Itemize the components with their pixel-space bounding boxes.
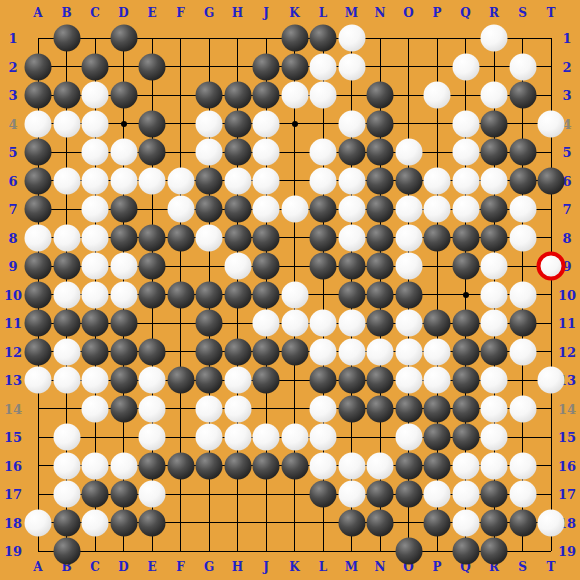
black-stone[interactable] xyxy=(253,82,280,109)
white-stone[interactable] xyxy=(82,167,109,194)
go-board[interactable]: AABBCCDDEEFFGGHHJJKKLLMMNNOOPPQQRRSSTT11… xyxy=(0,0,580,580)
white-stone[interactable] xyxy=(281,82,308,109)
black-stone[interactable] xyxy=(367,310,394,337)
black-stone[interactable] xyxy=(110,196,137,223)
black-stone[interactable] xyxy=(82,481,109,508)
black-stone[interactable] xyxy=(110,509,137,536)
black-stone[interactable] xyxy=(367,253,394,280)
black-stone[interactable] xyxy=(196,167,223,194)
black-stone[interactable] xyxy=(367,395,394,422)
white-stone[interactable] xyxy=(224,167,251,194)
black-stone[interactable] xyxy=(310,481,337,508)
white-stone[interactable] xyxy=(338,25,365,52)
black-stone[interactable] xyxy=(481,338,508,365)
black-stone[interactable] xyxy=(538,167,565,194)
white-stone[interactable] xyxy=(310,424,337,451)
black-stone[interactable] xyxy=(310,196,337,223)
white-stone[interactable] xyxy=(196,395,223,422)
black-stone[interactable] xyxy=(338,253,365,280)
white-stone[interactable] xyxy=(395,367,422,394)
black-stone[interactable] xyxy=(224,110,251,137)
column-label-top: K xyxy=(289,7,299,20)
black-stone[interactable] xyxy=(281,452,308,479)
black-stone[interactable] xyxy=(253,224,280,251)
white-stone[interactable] xyxy=(338,110,365,137)
black-stone[interactable] xyxy=(139,139,166,166)
black-stone[interactable] xyxy=(196,452,223,479)
white-stone[interactable] xyxy=(167,167,194,194)
white-stone[interactable] xyxy=(424,167,451,194)
black-stone[interactable] xyxy=(367,82,394,109)
black-stone[interactable] xyxy=(310,367,337,394)
black-stone[interactable] xyxy=(25,82,52,109)
black-stone[interactable] xyxy=(224,196,251,223)
column-label-top: F xyxy=(176,7,185,20)
column-label-top: L xyxy=(319,7,327,20)
column-label-top: E xyxy=(147,7,156,20)
white-stone[interactable] xyxy=(509,481,536,508)
black-stone[interactable] xyxy=(139,452,166,479)
black-stone[interactable] xyxy=(110,395,137,422)
white-stone[interactable] xyxy=(82,110,109,137)
white-stone[interactable] xyxy=(281,310,308,337)
black-stone[interactable] xyxy=(509,82,536,109)
row-label-left: 11 xyxy=(4,317,22,330)
white-stone[interactable] xyxy=(281,281,308,308)
row-label-left: 8 xyxy=(8,231,17,244)
black-stone[interactable] xyxy=(424,452,451,479)
white-stone[interactable] xyxy=(481,395,508,422)
black-stone[interactable] xyxy=(139,224,166,251)
black-stone[interactable] xyxy=(253,53,280,80)
white-stone[interactable] xyxy=(139,395,166,422)
white-stone[interactable] xyxy=(139,367,166,394)
column-label-top: H xyxy=(232,7,243,20)
white-stone[interactable] xyxy=(395,338,422,365)
row-label-right: 19 xyxy=(558,545,576,558)
black-stone[interactable] xyxy=(424,509,451,536)
black-stone[interactable] xyxy=(25,253,52,280)
white-stone[interactable] xyxy=(310,82,337,109)
black-stone[interactable] xyxy=(424,310,451,337)
white-stone[interactable] xyxy=(281,424,308,451)
white-stone[interactable] xyxy=(53,110,80,137)
white-stone[interactable] xyxy=(253,110,280,137)
black-stone[interactable] xyxy=(281,25,308,52)
black-stone[interactable] xyxy=(25,281,52,308)
black-stone[interactable] xyxy=(395,395,422,422)
white-stone[interactable] xyxy=(424,196,451,223)
white-stone[interactable] xyxy=(82,139,109,166)
white-stone[interactable] xyxy=(25,509,52,536)
row-label-left: 16 xyxy=(4,459,22,472)
black-stone[interactable] xyxy=(338,367,365,394)
white-stone[interactable] xyxy=(253,196,280,223)
row-label-right: 11 xyxy=(558,317,576,330)
white-stone[interactable] xyxy=(110,281,137,308)
white-stone[interactable] xyxy=(224,367,251,394)
row-label-right: 14 xyxy=(558,402,576,415)
black-stone[interactable] xyxy=(110,338,137,365)
black-stone[interactable] xyxy=(25,53,52,80)
star-point xyxy=(463,292,469,298)
black-stone[interactable] xyxy=(395,538,422,565)
white-stone[interactable] xyxy=(509,452,536,479)
black-stone[interactable] xyxy=(196,82,223,109)
black-stone[interactable] xyxy=(452,253,479,280)
white-stone[interactable] xyxy=(53,452,80,479)
column-label-top: C xyxy=(90,7,100,20)
white-stone[interactable] xyxy=(338,310,365,337)
black-stone[interactable] xyxy=(367,139,394,166)
black-stone[interactable] xyxy=(338,281,365,308)
white-stone[interactable] xyxy=(509,338,536,365)
black-stone[interactable] xyxy=(224,82,251,109)
white-stone[interactable] xyxy=(82,509,109,536)
row-label-left: 17 xyxy=(4,488,22,501)
white-stone[interactable] xyxy=(82,196,109,223)
white-stone[interactable] xyxy=(395,253,422,280)
black-stone[interactable] xyxy=(367,167,394,194)
white-stone[interactable] xyxy=(509,395,536,422)
black-stone[interactable] xyxy=(53,310,80,337)
column-label-bottom: M xyxy=(345,561,358,574)
white-stone[interactable] xyxy=(139,167,166,194)
black-stone[interactable] xyxy=(452,424,479,451)
black-stone[interactable] xyxy=(452,538,479,565)
white-stone[interactable] xyxy=(82,452,109,479)
black-stone[interactable] xyxy=(139,509,166,536)
white-stone[interactable] xyxy=(452,139,479,166)
black-stone[interactable] xyxy=(139,253,166,280)
black-stone[interactable] xyxy=(452,310,479,337)
white-stone[interactable] xyxy=(481,82,508,109)
black-stone[interactable] xyxy=(139,110,166,137)
black-stone[interactable] xyxy=(452,224,479,251)
black-stone[interactable] xyxy=(253,452,280,479)
black-stone[interactable] xyxy=(481,196,508,223)
black-stone[interactable] xyxy=(53,25,80,52)
white-stone[interactable] xyxy=(224,395,251,422)
black-stone[interactable] xyxy=(25,196,52,223)
white-stone[interactable] xyxy=(481,424,508,451)
black-stone[interactable] xyxy=(224,452,251,479)
white-stone[interactable] xyxy=(110,452,137,479)
black-stone[interactable] xyxy=(253,367,280,394)
black-stone[interactable] xyxy=(481,139,508,166)
row-label-left: 19 xyxy=(4,545,22,558)
white-stone[interactable] xyxy=(338,452,365,479)
white-stone[interactable] xyxy=(452,452,479,479)
white-stone[interactable] xyxy=(367,452,394,479)
black-stone[interactable] xyxy=(481,110,508,137)
white-stone[interactable] xyxy=(25,367,52,394)
column-label-top: S xyxy=(518,7,527,20)
white-stone[interactable] xyxy=(139,424,166,451)
white-stone[interactable] xyxy=(367,338,394,365)
white-stone[interactable] xyxy=(310,310,337,337)
black-stone[interactable] xyxy=(53,253,80,280)
white-stone[interactable] xyxy=(53,367,80,394)
row-label-right: 15 xyxy=(558,431,576,444)
white-stone[interactable] xyxy=(338,196,365,223)
row-label-right: 12 xyxy=(558,345,576,358)
black-stone[interactable] xyxy=(167,452,194,479)
white-stone[interactable] xyxy=(53,167,80,194)
white-stone[interactable] xyxy=(509,53,536,80)
row-label-right: 16 xyxy=(558,459,576,472)
black-stone[interactable] xyxy=(367,196,394,223)
black-stone[interactable] xyxy=(395,452,422,479)
white-stone[interactable] xyxy=(481,452,508,479)
black-stone[interactable] xyxy=(110,25,137,52)
column-label-bottom: F xyxy=(176,561,185,574)
black-stone[interactable] xyxy=(310,253,337,280)
white-stone[interactable] xyxy=(82,253,109,280)
white-stone[interactable] xyxy=(424,367,451,394)
white-stone[interactable] xyxy=(509,196,536,223)
black-stone[interactable] xyxy=(110,224,137,251)
column-label-top: O xyxy=(403,7,413,20)
white-stone[interactable] xyxy=(110,253,137,280)
white-stone[interactable] xyxy=(338,338,365,365)
column-label-bottom: J xyxy=(263,561,269,574)
black-stone[interactable] xyxy=(253,253,280,280)
row-label-left: 4 xyxy=(8,117,17,130)
white-stone[interactable] xyxy=(196,224,223,251)
black-stone[interactable] xyxy=(367,509,394,536)
black-stone[interactable] xyxy=(25,167,52,194)
black-stone[interactable] xyxy=(509,167,536,194)
black-stone[interactable] xyxy=(452,338,479,365)
white-stone[interactable] xyxy=(424,481,451,508)
black-stone[interactable] xyxy=(224,338,251,365)
black-stone[interactable] xyxy=(82,338,109,365)
black-stone[interactable] xyxy=(196,367,223,394)
black-stone[interactable] xyxy=(395,481,422,508)
white-stone[interactable] xyxy=(196,110,223,137)
white-stone[interactable] xyxy=(338,481,365,508)
white-stone[interactable] xyxy=(196,139,223,166)
white-stone[interactable] xyxy=(395,424,422,451)
black-stone[interactable] xyxy=(481,224,508,251)
black-stone[interactable] xyxy=(253,281,280,308)
white-stone[interactable] xyxy=(481,310,508,337)
black-stone[interactable] xyxy=(481,481,508,508)
black-stone[interactable] xyxy=(281,338,308,365)
black-stone[interactable] xyxy=(395,167,422,194)
black-stone[interactable] xyxy=(338,509,365,536)
black-stone[interactable] xyxy=(196,196,223,223)
white-stone[interactable] xyxy=(310,167,337,194)
white-stone[interactable] xyxy=(481,367,508,394)
black-stone[interactable] xyxy=(509,310,536,337)
black-stone[interactable] xyxy=(509,509,536,536)
black-stone[interactable] xyxy=(139,338,166,365)
white-stone[interactable] xyxy=(25,224,52,251)
column-label-bottom: H xyxy=(232,561,243,574)
white-stone[interactable] xyxy=(82,395,109,422)
black-stone[interactable] xyxy=(452,367,479,394)
white-stone[interactable] xyxy=(481,253,508,280)
white-stone[interactable] xyxy=(82,281,109,308)
column-label-top: J xyxy=(263,7,269,20)
white-stone[interactable] xyxy=(452,196,479,223)
black-stone[interactable] xyxy=(424,395,451,422)
black-stone[interactable] xyxy=(310,25,337,52)
row-label-left: 5 xyxy=(8,146,17,159)
white-stone[interactable] xyxy=(310,53,337,80)
black-stone[interactable] xyxy=(82,53,109,80)
column-label-bottom: N xyxy=(375,561,386,574)
column-label-top: A xyxy=(33,7,42,20)
black-stone[interactable] xyxy=(367,281,394,308)
white-stone[interactable] xyxy=(224,424,251,451)
white-stone[interactable] xyxy=(452,509,479,536)
black-stone[interactable] xyxy=(367,110,394,137)
black-stone[interactable] xyxy=(338,139,365,166)
black-stone[interactable] xyxy=(224,139,251,166)
black-stone[interactable] xyxy=(196,310,223,337)
black-stone[interactable] xyxy=(53,538,80,565)
white-stone[interactable] xyxy=(139,481,166,508)
row-label-left: 9 xyxy=(8,260,17,273)
white-stone[interactable] xyxy=(224,253,251,280)
go-board-screenshot: AABBCCDDEEFFGGHHJJKKLLMMNNOOPPQQRRSSTT11… xyxy=(0,0,580,580)
white-stone[interactable] xyxy=(253,167,280,194)
white-stone[interactable] xyxy=(53,481,80,508)
white-stone[interactable] xyxy=(538,509,565,536)
black-stone[interactable] xyxy=(338,395,365,422)
white-stone[interactable] xyxy=(395,196,422,223)
black-stone[interactable] xyxy=(509,139,536,166)
white-stone[interactable] xyxy=(53,338,80,365)
black-stone[interactable] xyxy=(53,509,80,536)
white-stone[interactable] xyxy=(395,310,422,337)
white-stone[interactable] xyxy=(509,281,536,308)
black-stone[interactable] xyxy=(110,310,137,337)
black-stone[interactable] xyxy=(110,481,137,508)
white-stone[interactable] xyxy=(253,139,280,166)
white-stone[interactable] xyxy=(82,82,109,109)
black-stone[interactable] xyxy=(367,481,394,508)
star-point xyxy=(121,121,127,127)
white-stone[interactable] xyxy=(481,167,508,194)
star-point xyxy=(292,121,298,127)
white-stone[interactable] xyxy=(167,196,194,223)
black-stone[interactable] xyxy=(167,281,194,308)
black-stone[interactable] xyxy=(424,224,451,251)
white-stone[interactable] xyxy=(110,139,137,166)
black-stone[interactable] xyxy=(310,224,337,251)
black-stone[interactable] xyxy=(367,367,394,394)
white-stone[interactable] xyxy=(452,167,479,194)
black-stone[interactable] xyxy=(224,224,251,251)
column-label-bottom: C xyxy=(90,561,100,574)
black-stone[interactable] xyxy=(139,53,166,80)
row-label-left: 14 xyxy=(4,402,22,415)
white-stone[interactable] xyxy=(281,196,308,223)
black-stone[interactable] xyxy=(367,224,394,251)
column-label-top: D xyxy=(118,7,128,20)
white-stone[interactable] xyxy=(452,481,479,508)
column-label-bottom: A xyxy=(33,561,42,574)
black-stone[interactable] xyxy=(281,53,308,80)
white-stone[interactable] xyxy=(310,395,337,422)
white-stone[interactable] xyxy=(196,424,223,451)
column-label-bottom: G xyxy=(204,561,214,574)
white-stone[interactable] xyxy=(395,224,422,251)
white-stone[interactable] xyxy=(338,167,365,194)
white-stone[interactable] xyxy=(82,367,109,394)
white-stone[interactable] xyxy=(53,224,80,251)
white-stone[interactable] xyxy=(452,53,479,80)
black-stone[interactable] xyxy=(53,82,80,109)
black-stone[interactable] xyxy=(196,281,223,308)
white-stone[interactable] xyxy=(338,224,365,251)
white-stone[interactable] xyxy=(253,424,280,451)
row-label-left: 12 xyxy=(4,345,22,358)
white-stone[interactable] xyxy=(481,281,508,308)
column-label-top: N xyxy=(375,7,386,20)
white-stone[interactable] xyxy=(310,452,337,479)
column-label-bottom: T xyxy=(547,561,556,574)
black-stone[interactable] xyxy=(25,139,52,166)
black-stone[interactable] xyxy=(167,224,194,251)
black-stone[interactable] xyxy=(395,281,422,308)
black-stone[interactable] xyxy=(481,509,508,536)
black-stone[interactable] xyxy=(25,310,52,337)
white-stone[interactable] xyxy=(395,139,422,166)
white-stone[interactable] xyxy=(538,110,565,137)
row-label-right: 17 xyxy=(558,488,576,501)
white-stone[interactable] xyxy=(452,110,479,137)
white-stone[interactable] xyxy=(310,338,337,365)
black-stone[interactable] xyxy=(110,367,137,394)
column-label-bottom: K xyxy=(289,561,299,574)
white-stone[interactable] xyxy=(538,367,565,394)
black-stone[interactable] xyxy=(25,338,52,365)
white-stone[interactable] xyxy=(481,25,508,52)
column-label-top: T xyxy=(547,7,556,20)
black-stone[interactable] xyxy=(110,82,137,109)
white-stone[interactable] xyxy=(53,424,80,451)
white-stone[interactable] xyxy=(25,110,52,137)
white-stone[interactable] xyxy=(82,224,109,251)
black-stone[interactable] xyxy=(452,395,479,422)
white-stone[interactable] xyxy=(253,310,280,337)
white-stone[interactable] xyxy=(310,139,337,166)
row-label-right: 7 xyxy=(562,203,571,216)
black-stone[interactable] xyxy=(224,281,251,308)
white-stone[interactable] xyxy=(424,338,451,365)
white-stone[interactable] xyxy=(338,53,365,80)
white-stone[interactable] xyxy=(53,281,80,308)
black-stone[interactable] xyxy=(481,538,508,565)
white-stone[interactable] xyxy=(424,82,451,109)
black-stone[interactable] xyxy=(424,424,451,451)
column-label-bottom: D xyxy=(118,561,128,574)
black-stone[interactable] xyxy=(167,367,194,394)
black-stone[interactable] xyxy=(253,338,280,365)
black-stone[interactable] xyxy=(139,281,166,308)
white-stone[interactable] xyxy=(110,167,137,194)
black-stone[interactable] xyxy=(82,310,109,337)
row-label-left: 3 xyxy=(8,89,17,102)
row-label-left: 13 xyxy=(4,374,22,387)
white-stone[interactable] xyxy=(509,224,536,251)
black-stone[interactable] xyxy=(196,338,223,365)
